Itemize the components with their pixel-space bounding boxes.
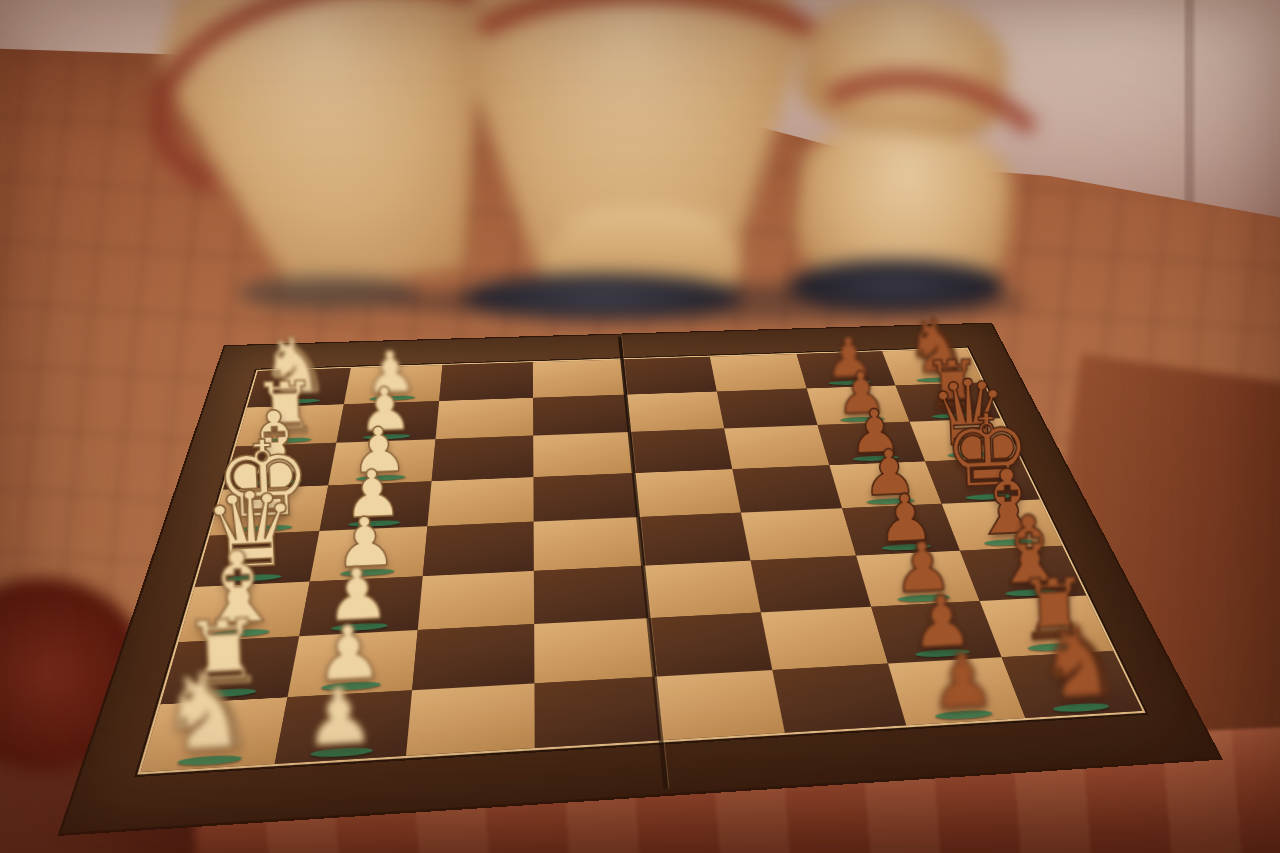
felt-base [226,574,282,583]
felt-base [934,709,994,720]
felt-base [331,622,389,632]
felt-base [348,519,400,527]
felt-base [356,475,406,482]
chessboard: ♞♟♟♞♜♟♟♜♝♟♟♛♚♟♟♚♛♟♟♝♝♟♟♝♜♟♟♜♞♟♟♞ [58,323,1224,836]
square-c4 [533,432,633,477]
felt-base [866,497,915,504]
felt-base [1004,588,1058,597]
square-f4 [534,565,649,624]
square-e1: ♛ [195,531,320,587]
square-e3 [423,522,534,576]
square-a5 [622,357,717,395]
square-g3 [412,624,534,690]
square-e8: ♝ [942,500,1062,551]
square-d1: ♚ [210,485,329,536]
square-b6 [717,388,818,428]
square-a6 [710,354,807,391]
square-a4 [533,359,626,397]
square-c1: ♝ [223,443,336,489]
square-c7: ♟ [818,422,925,465]
felt-base [251,479,302,486]
square-g1: ♜ [161,636,300,704]
felt-base [177,754,243,766]
square-g4 [534,618,654,683]
felt-base [914,648,971,658]
square-a8: ♞ [882,349,983,385]
felt-base [916,377,960,383]
square-b5 [626,391,725,432]
square-f1: ♝ [179,581,310,642]
square-c6 [724,425,829,469]
square-e7: ♟ [842,504,960,555]
square-e2: ♟ [310,526,428,581]
square-b2: ♟ [336,401,439,443]
felt-base [310,746,374,758]
square-h2: ♟ [275,690,413,764]
square-f5 [643,560,761,618]
square-h5 [654,670,784,741]
square-g5 [648,612,772,676]
square-h6 [772,663,906,733]
square-c3 [432,436,534,481]
square-g6 [761,607,888,670]
square-b8: ♜ [895,382,1000,421]
square-h8: ♞ [1001,650,1142,718]
felt-base [239,524,293,532]
square-a2: ♟ [344,365,443,404]
felt-base [321,681,382,692]
felt-base [983,539,1034,547]
felt-base [363,433,411,440]
felt-base [1052,702,1111,713]
square-g8: ♜ [980,596,1113,657]
felt-base [947,451,994,458]
square-f3 [418,570,534,630]
square-d8: ♚ [925,457,1040,504]
square-h7: ♟ [888,657,1026,726]
square-e5 [638,513,750,566]
square-c5 [629,428,732,472]
square-g2: ♟ [288,630,418,697]
square-f2: ♟ [299,576,423,636]
felt-base [1027,642,1083,652]
felt-base [273,398,320,404]
square-f6 [750,555,871,612]
square-d4 [533,473,638,522]
felt-base [263,437,312,444]
felt-base [828,380,872,386]
square-c8: ♛ [910,418,1020,461]
square-d5 [634,469,741,517]
square-d3 [427,477,533,526]
felt-base [852,455,899,462]
square-d7: ♟ [829,461,941,508]
square-b7: ♟ [807,385,910,425]
felt-base [840,416,886,422]
felt-base [369,395,415,401]
square-a1: ♞ [247,368,351,407]
square-f8: ♝ [960,545,1086,601]
felt-base [931,413,976,419]
square-b3 [436,398,534,440]
square-b4 [533,394,629,435]
felt-base [211,628,270,638]
square-c2: ♟ [328,439,435,485]
photo-scene: ♞♟♟♞♜♟♟♜♝♟♟♛♚♟♟♚♛♟♟♝♝♟♟♝♜♟♟♜♞♟♟♞ [0,0,1280,853]
chessboard-tilt: ♞♟♟♞♜♟♟♜♝♟♟♛♚♟♟♚♛♟♟♝♝♟♟♝♜♟♟♜♞♟♟♞ [0,0,1280,853]
square-b1: ♜ [236,404,344,447]
felt-base [897,594,951,603]
square-h1: ♞ [141,697,288,772]
square-h3 [406,683,535,756]
square-h4 [534,676,661,748]
square-g7: ♟ [871,601,1001,663]
square-d6 [732,465,842,513]
square-e6 [741,508,856,560]
felt-base [881,543,933,551]
chessboard-wrap: ♞♟♟♞♜♟♟♜♝♟♟♛♚♟♟♚♛♟♟♝♝♟♟♝♜♟♟♜♞♟♟♞ [0,0,1280,853]
square-a3 [439,362,533,400]
square-e4 [534,517,643,570]
felt-base [340,568,395,577]
felt-base [964,493,1013,500]
square-d2: ♟ [319,481,431,531]
square-a7: ♟ [797,351,896,388]
felt-base [195,688,257,699]
square-f7: ♟ [856,550,980,606]
